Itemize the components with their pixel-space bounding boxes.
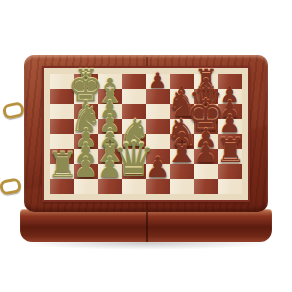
- copper-rook[interactable]: ♜: [215, 135, 245, 165]
- square-f1[interactable]: [170, 179, 194, 194]
- chess-board: ♜♟♜♚♝♟♝♟♟♟♞♛♟♞♟♚♟♟♟♞♞♟♟♝♝♟♜♜♟♟♛♟: [50, 74, 242, 194]
- square-a1[interactable]: [50, 179, 74, 194]
- board-frame: ♜♟♜♚♝♟♝♟♟♟♞♛♟♞♟♚♟♟♟♞♞♟♟♝♝♟♜♜♟♟♛♟: [42, 66, 250, 202]
- square-h3[interactable]: ♜: [218, 149, 242, 164]
- square-h1[interactable]: [218, 179, 242, 194]
- copper-pawn[interactable]: ♟: [145, 155, 170, 180]
- brass-pawn[interactable]: ♟: [73, 155, 98, 180]
- brass-latch-hook-top: [2, 101, 26, 120]
- square-e2[interactable]: ♟: [146, 164, 170, 179]
- square-f2[interactable]: [170, 164, 194, 179]
- square-b1[interactable]: [74, 179, 98, 194]
- square-b2[interactable]: ♟: [74, 164, 98, 179]
- square-d7[interactable]: [122, 89, 146, 104]
- square-d1[interactable]: [122, 179, 146, 194]
- fold-seam-front: [146, 209, 148, 242]
- box-front-face: [20, 209, 272, 242]
- square-c1[interactable]: [98, 179, 122, 194]
- square-g2[interactable]: [194, 164, 218, 179]
- square-d2[interactable]: ♛: [122, 164, 146, 179]
- product-photo: ♜♟♜♚♝♟♝♟♟♟♞♛♟♞♟♚♟♟♟♞♞♟♟♝♝♟♜♜♟♟♛♟: [0, 0, 292, 292]
- square-g1[interactable]: [194, 179, 218, 194]
- square-f3[interactable]: ♝: [170, 149, 194, 164]
- square-e1[interactable]: [146, 179, 170, 194]
- square-a2[interactable]: ♜: [50, 164, 74, 179]
- brass-latch-hook-bottom: [0, 177, 22, 195]
- wooden-box-top: ♜♟♜♚♝♟♝♟♟♟♞♛♟♞♟♚♟♟♟♞♞♟♟♝♝♟♜♜♟♟♛♟: [24, 55, 268, 212]
- square-h2[interactable]: [218, 164, 242, 179]
- square-d8[interactable]: [122, 74, 146, 89]
